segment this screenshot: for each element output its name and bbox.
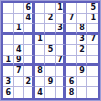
cell-r1c9-given: 5 (87, 3, 98, 14)
cell-r9c9[interactable] (87, 87, 98, 98)
cell-r4c9-given: 7 (87, 35, 98, 46)
cell-r1c4[interactable] (35, 3, 46, 14)
cell-r4c4-given: 1 (35, 35, 46, 46)
cell-r8c9[interactable] (87, 77, 98, 88)
cell-r6c3[interactable] (24, 56, 35, 67)
cell-r5c9[interactable] (87, 45, 98, 56)
cell-r5c6[interactable] (56, 45, 67, 56)
cell-r2c1[interactable] (3, 14, 14, 25)
cell-r9c2[interactable] (14, 87, 25, 98)
cell-r6c9[interactable] (87, 56, 98, 67)
cell-r3c4[interactable] (35, 24, 46, 35)
cell-r3c6-given: 3 (56, 24, 67, 35)
cell-r8c1-given: 3 (3, 77, 14, 88)
cell-r5c8-given: 2 (77, 45, 88, 56)
cell-r9c7-given: 8 (66, 87, 77, 98)
cell-r4c1[interactable] (3, 35, 14, 46)
cell-r7c7[interactable] (66, 66, 77, 77)
cell-r3c5[interactable] (45, 24, 56, 35)
cell-r6c1-given: 1 (3, 56, 14, 67)
cell-r1c5[interactable] (45, 3, 56, 14)
cell-r2c2[interactable] (14, 14, 25, 25)
cell-r5c7[interactable] (66, 45, 77, 56)
sudoku-board: 61542711381374521977893296648 (1, 1, 100, 100)
cell-r1c7[interactable] (66, 3, 77, 14)
cell-r8c8[interactable] (77, 77, 88, 88)
cell-r5c5-given: 5 (45, 45, 56, 56)
cell-r3c8-given: 8 (77, 24, 88, 35)
cell-r1c6-given: 1 (56, 3, 67, 14)
cell-r7c8-given: 9 (77, 66, 88, 77)
cell-r6c8[interactable] (77, 56, 88, 67)
cell-r9c3[interactable] (24, 87, 35, 98)
cell-r1c2[interactable] (14, 3, 25, 14)
cell-r4c8-given: 3 (77, 35, 88, 46)
cell-r7c2-given: 7 (14, 66, 25, 77)
cell-r3c7[interactable] (66, 24, 77, 35)
cell-r3c1[interactable] (3, 24, 14, 35)
cell-r9c1-given: 6 (3, 87, 14, 98)
cell-r6c2-given: 9 (14, 56, 25, 67)
cell-r9c5[interactable] (45, 87, 56, 98)
cell-r7c1[interactable] (3, 66, 14, 77)
sudoku-board-frame: 61542711381374521977893296648 (0, 0, 101, 101)
cell-r1c3-given: 6 (24, 3, 35, 14)
cell-r4c6[interactable] (56, 35, 67, 46)
cell-r6c4[interactable] (35, 56, 46, 67)
cell-r7c9[interactable] (87, 66, 98, 77)
cell-r8c5-given: 9 (45, 77, 56, 88)
cell-r7c6[interactable] (56, 66, 67, 77)
cell-r2c3-given: 4 (24, 14, 35, 25)
cell-r1c1[interactable] (3, 3, 14, 14)
cell-r6c7[interactable] (66, 56, 77, 67)
cell-r7c3[interactable] (24, 66, 35, 77)
cell-r8c6[interactable] (56, 77, 67, 88)
cell-r4c5[interactable] (45, 35, 56, 46)
cell-r4c7[interactable] (66, 35, 77, 46)
cell-r5c4[interactable] (35, 45, 46, 56)
cell-r8c2[interactable] (14, 77, 25, 88)
cell-r2c5-given: 2 (45, 14, 56, 25)
cell-r2c9-given: 1 (87, 14, 98, 25)
cell-r3c2-given: 1 (14, 24, 25, 35)
cell-r3c3[interactable] (24, 24, 35, 35)
cell-r7c4-given: 8 (35, 66, 46, 77)
cell-r2c6[interactable] (56, 14, 67, 25)
cell-r7c5[interactable] (45, 66, 56, 77)
cell-r8c4[interactable] (35, 77, 46, 88)
cell-r5c1[interactable] (3, 45, 14, 56)
cell-r1c8[interactable] (77, 3, 88, 14)
cell-r8c7-given: 6 (66, 77, 77, 88)
cell-r6c6-given: 7 (56, 56, 67, 67)
cell-r6c5[interactable] (45, 56, 56, 67)
cell-r8c3-given: 2 (24, 77, 35, 88)
cell-r9c6[interactable] (56, 87, 67, 98)
cell-r2c7-given: 7 (66, 14, 77, 25)
cell-r2c8[interactable] (77, 14, 88, 25)
cell-r4c2[interactable] (14, 35, 25, 46)
cell-r5c2-given: 4 (14, 45, 25, 56)
cell-r4c3[interactable] (24, 35, 35, 46)
cell-r9c8[interactable] (77, 87, 88, 98)
cell-r9c4-given: 4 (35, 87, 46, 98)
cell-r3c9[interactable] (87, 24, 98, 35)
cell-r2c4[interactable] (35, 14, 46, 25)
cell-r5c3[interactable] (24, 45, 35, 56)
